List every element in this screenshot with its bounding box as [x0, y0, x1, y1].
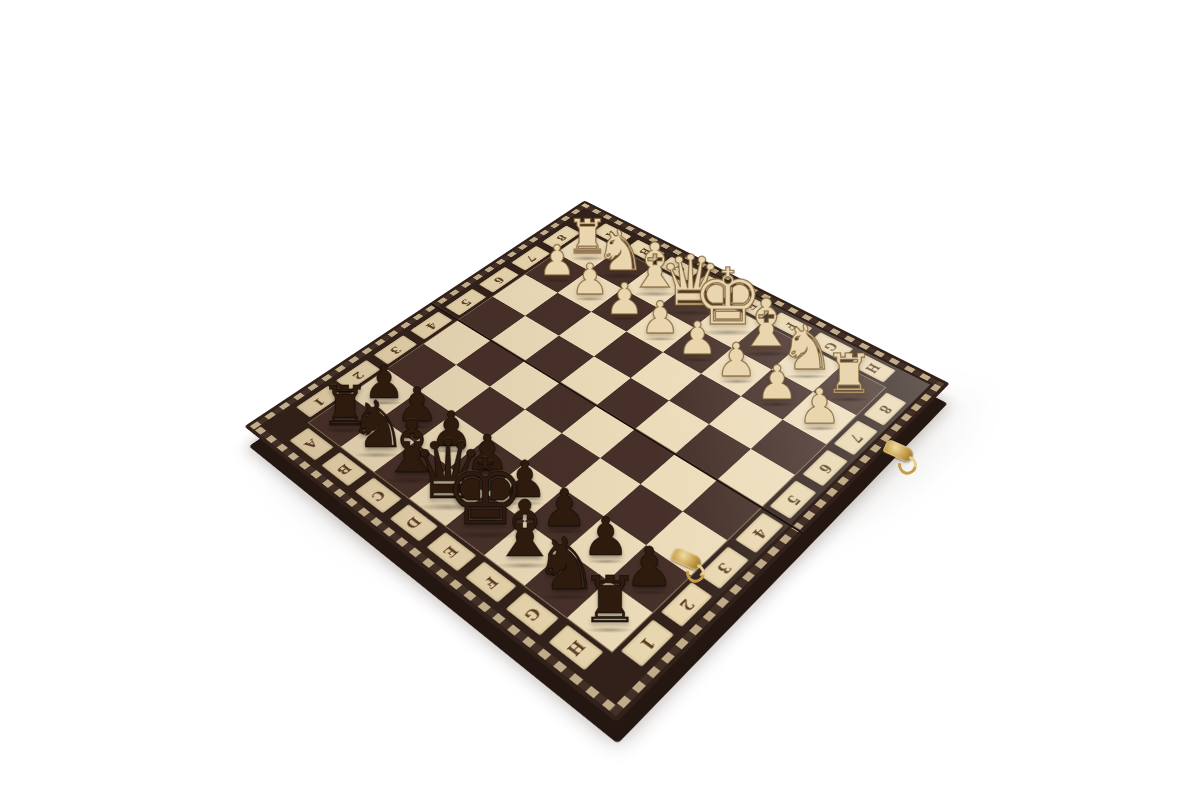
rank-label: 5	[458, 297, 473, 307]
piece-white-pawn-e7[interactable]: ♟	[677, 316, 718, 362]
rank-label: 8	[876, 403, 894, 415]
piece-contact-shadow	[801, 426, 838, 430]
piece-white-pawn-c7[interactable]: ♟	[605, 277, 644, 321]
file-label: F	[481, 574, 500, 590]
rank-label: 7	[847, 431, 865, 443]
square-b4[interactable]	[456, 340, 525, 387]
piece-white-pawn-h7[interactable]: ♟	[798, 382, 842, 431]
piece-white-pawn-g7[interactable]: ♟	[756, 359, 799, 407]
piece-contact-shadow	[643, 337, 677, 341]
piece-white-pawn-b7[interactable]: ♟	[571, 258, 609, 301]
piece-contact-shadow	[608, 317, 641, 321]
rank-plaque-6: 6	[479, 267, 519, 293]
rank-label: 7	[523, 254, 538, 263]
rank-label: 3	[714, 560, 734, 575]
piece-contact-shadow	[541, 279, 573, 283]
square-d5[interactable]	[560, 356, 630, 405]
piece-contact-shadow	[585, 627, 634, 633]
rank-label: 6	[816, 461, 834, 474]
rank-label: 4	[750, 525, 769, 539]
square-a5[interactable]	[459, 297, 525, 340]
piece-contact-shadow	[759, 402, 795, 406]
rank-label: 6	[492, 275, 507, 284]
rank-label: 1	[637, 634, 658, 651]
piece-contact-shadow	[574, 297, 606, 301]
square-a4[interactable]	[424, 320, 492, 365]
file-label: G	[521, 605, 543, 623]
square-b5[interactable]	[491, 316, 559, 361]
rank-plaque-4: 4	[410, 311, 452, 339]
product-photo: ABCDEFGH ABCDEFGH 87654321 87654321 ♜♞♝♛…	[0, 0, 1200, 800]
rank-label: 5	[784, 493, 803, 507]
rank-plaque-5: 5	[445, 289, 486, 316]
rank-label: 3	[388, 344, 404, 354]
file-label: H	[564, 637, 587, 657]
piece-white-pawn-d7[interactable]: ♟	[640, 296, 680, 341]
file-label: C	[369, 488, 388, 502]
file-label: A	[303, 437, 321, 450]
rank-label: 4	[424, 320, 439, 330]
piece-contact-shadow	[680, 358, 714, 362]
file-label: D	[404, 515, 424, 531]
square-c4[interactable]	[490, 361, 560, 410]
file-label: B	[335, 462, 354, 476]
piece-white-pawn-f7[interactable]: ♟	[716, 337, 758, 383]
square-c5[interactable]	[525, 336, 594, 383]
piece-contact-shadow	[719, 379, 754, 383]
piece-black-rook-h1[interactable]: ♜	[581, 568, 639, 633]
rank-label: 2	[677, 596, 697, 612]
